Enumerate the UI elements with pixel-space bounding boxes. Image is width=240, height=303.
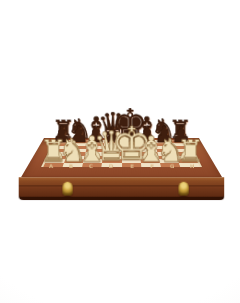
chess-board: ♜♞♝♛♚♝♞♜♟︎♟︎♟︎♟︎♟︎♟︎♟︎♟︎♟︎♟︎♟︎♟︎♟︎♟︎♟︎♟︎… [20, 138, 221, 177]
scene: ♜♞♝♛♚♝♞♜♟︎♟︎♟︎♟︎♟︎♟︎♟︎♟︎♟︎♟︎♟︎♟︎♟︎♟︎♟︎♟︎… [0, 0, 240, 303]
file-label-e: E [123, 161, 139, 172]
file-label-f: F [143, 161, 159, 172]
brass-clasp-left-icon [62, 181, 72, 195]
file-label-g: G [163, 161, 179, 172]
brass-clasp-right-icon [178, 181, 188, 195]
file-labels: ABCDEFGH [40, 169, 201, 172]
file-label-h: H [183, 161, 199, 172]
board-front-edge [18, 177, 224, 200]
file-label-d: D [103, 161, 119, 172]
chess-set-product-photo: ♜♞♝♛♚♝♞♜♟︎♟︎♟︎♟︎♟︎♟︎♟︎♟︎♟︎♟︎♟︎♟︎♟︎♟︎♟︎♟︎… [0, 0, 240, 303]
file-label-a: A [42, 161, 58, 172]
fold-seam [18, 185, 224, 186]
file-label-c: C [83, 161, 99, 172]
board-frame: ♜♞♝♛♚♝♞♜♟︎♟︎♟︎♟︎♟︎♟︎♟︎♟︎♟︎♟︎♟︎♟︎♟︎♟︎♟︎♟︎… [20, 138, 221, 177]
file-label-b: B [63, 161, 79, 172]
